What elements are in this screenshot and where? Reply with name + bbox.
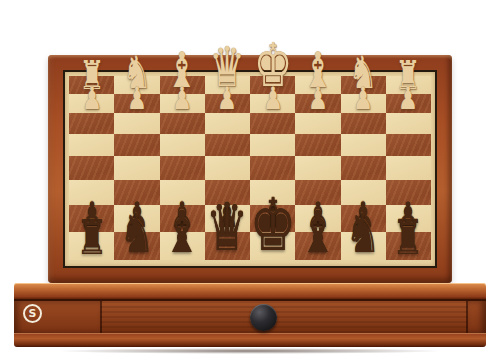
piece-dark-king: ♚ xyxy=(249,189,295,261)
board-square: ♟ xyxy=(114,94,159,113)
board-square: ♟ xyxy=(160,94,205,113)
board-square: ♜ xyxy=(386,232,431,260)
board-frame: ♜♞♝♛♚♝♞♜♟♟♟♟♟♟♟♟♟♟♟♟♟♟♟♟♜♞♝♛♚♝♞♜ xyxy=(48,55,452,283)
piece-dark-rook: ♜ xyxy=(393,213,424,261)
board-square xyxy=(205,156,250,180)
board-square: ♚ xyxy=(250,232,295,260)
drawer-row: S xyxy=(14,299,486,333)
piece-dark-knight: ♞ xyxy=(119,207,154,261)
piece-light-pawn: ♟ xyxy=(263,83,283,114)
board-square: ♝ xyxy=(295,232,340,260)
ground-shadow xyxy=(55,348,445,354)
board-square xyxy=(295,156,340,180)
piece-light-pawn: ♟ xyxy=(398,83,418,114)
piece-light-pawn: ♟ xyxy=(127,83,147,114)
piece-dark-bishop: ♝ xyxy=(299,203,336,261)
board-square xyxy=(205,113,250,134)
board-border-line: ♜♞♝♛♚♝♞♜♟♟♟♟♟♟♟♟♟♟♟♟♟♟♟♟♜♞♝♛♚♝♞♜ xyxy=(63,70,437,268)
board-square xyxy=(250,134,295,156)
chess-box-front: S xyxy=(14,283,486,347)
piece-dark-knight: ♞ xyxy=(346,207,381,261)
piece-dark-queen: ♛ xyxy=(206,195,249,261)
chess-board: ♜♞♝♛♚♝♞♜♟♟♟♟♟♟♟♟♟♟♟♟♟♟♟♟♜♞♝♛♚♝♞♜ xyxy=(69,76,431,262)
box-bottom-molding xyxy=(14,333,486,347)
box-front-right-panel xyxy=(468,301,486,333)
storage-drawer xyxy=(100,301,468,333)
board-square xyxy=(250,113,295,134)
board-square xyxy=(69,113,114,134)
board-square xyxy=(386,134,431,156)
chess-set-photo: ♜♞♝♛♚♝♞♜♟♟♟♟♟♟♟♟♟♟♟♟♟♟♟♟♜♞♝♛♚♝♞♜ S xyxy=(0,0,500,357)
board-square xyxy=(341,134,386,156)
piece-light-pawn: ♟ xyxy=(172,83,192,114)
piece-dark-bishop: ♝ xyxy=(163,203,200,261)
board-square xyxy=(341,156,386,180)
board-square xyxy=(250,156,295,180)
piece-light-pawn: ♟ xyxy=(82,83,102,114)
board-square: ♟ xyxy=(386,94,431,113)
board-square: ♟ xyxy=(295,94,340,113)
board-square: ♟ xyxy=(205,94,250,113)
board-square xyxy=(205,134,250,156)
board-square xyxy=(160,156,205,180)
board-square xyxy=(386,113,431,134)
piece-light-pawn: ♟ xyxy=(308,83,328,114)
board-square xyxy=(295,134,340,156)
board-square: ♟ xyxy=(341,94,386,113)
board-square xyxy=(114,134,159,156)
brand-logo-icon: S xyxy=(23,304,42,323)
board-square xyxy=(160,134,205,156)
board-square xyxy=(114,156,159,180)
board-square xyxy=(160,113,205,134)
board-square xyxy=(69,134,114,156)
drawer-knob-icon xyxy=(250,304,277,331)
box-top-molding xyxy=(14,283,486,299)
board-square: ♝ xyxy=(160,232,205,260)
board-square: ♛ xyxy=(205,232,250,260)
board-square xyxy=(69,156,114,180)
board-square: ♞ xyxy=(114,232,159,260)
board-square xyxy=(295,113,340,134)
piece-dark-rook: ♜ xyxy=(76,213,107,261)
board-square: ♟ xyxy=(69,94,114,113)
board-square: ♜ xyxy=(69,232,114,260)
board-square: ♟ xyxy=(250,94,295,113)
piece-light-pawn: ♟ xyxy=(353,83,373,114)
box-front-left-panel: S xyxy=(14,301,100,333)
board-square xyxy=(386,156,431,180)
board-square xyxy=(114,113,159,134)
board-square: ♞ xyxy=(341,232,386,260)
piece-light-pawn: ♟ xyxy=(217,83,237,114)
board-square xyxy=(341,113,386,134)
